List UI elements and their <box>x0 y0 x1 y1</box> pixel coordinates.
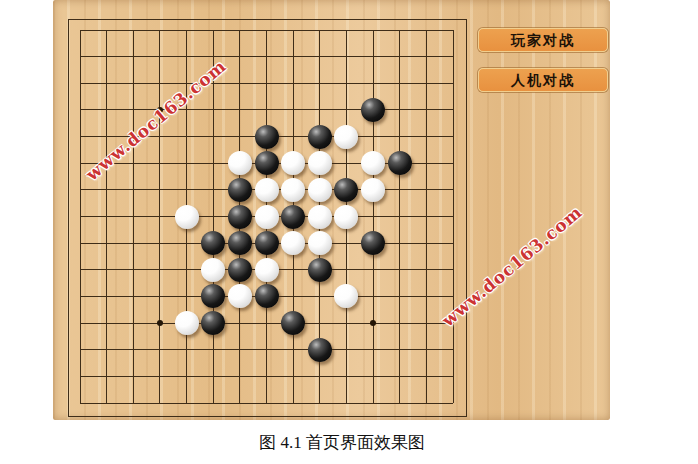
grid-line-horizontal <box>80 376 453 377</box>
black-stone <box>308 125 332 149</box>
star-point <box>157 107 163 113</box>
white-stone <box>255 258 279 282</box>
black-stone <box>228 205 252 229</box>
black-stone <box>308 258 332 282</box>
white-stone <box>361 151 385 175</box>
black-stone <box>228 258 252 282</box>
grid-line-vertical <box>426 30 427 403</box>
grid-line-vertical <box>453 30 454 403</box>
white-stone <box>334 205 358 229</box>
white-stone <box>255 178 279 202</box>
black-stone <box>281 311 305 335</box>
white-stone <box>308 178 332 202</box>
black-stone <box>201 284 225 308</box>
white-stone <box>201 258 225 282</box>
grid-line-horizontal <box>80 403 453 404</box>
white-stone <box>228 151 252 175</box>
white-stone <box>308 231 332 255</box>
black-stone <box>255 284 279 308</box>
white-stone <box>308 151 332 175</box>
black-stone <box>308 338 332 362</box>
grid-line-horizontal <box>80 323 453 324</box>
black-stone <box>255 231 279 255</box>
white-stone <box>228 284 252 308</box>
white-stone <box>281 231 305 255</box>
white-stone <box>361 178 385 202</box>
figure-caption: 图 4.1 首页界面效果图 <box>0 431 684 454</box>
white-stone <box>281 178 305 202</box>
black-stone <box>281 205 305 229</box>
black-stone <box>361 231 385 255</box>
white-stone <box>281 151 305 175</box>
star-point <box>370 320 376 326</box>
white-stone <box>308 205 332 229</box>
black-stone <box>255 125 279 149</box>
black-stone <box>255 151 279 175</box>
player-vs-player-button[interactable]: 玩家对战 <box>478 28 608 52</box>
black-stone <box>388 151 412 175</box>
grid-line-horizontal <box>80 349 453 350</box>
black-stone <box>361 98 385 122</box>
black-stone <box>201 231 225 255</box>
star-point <box>157 320 163 326</box>
game-window: 玩家对战 人机对战 www.doc163.com www.doc163.com <box>53 0 610 420</box>
white-stone <box>334 284 358 308</box>
white-stone <box>334 125 358 149</box>
grid-line-vertical <box>373 30 374 403</box>
black-stone <box>334 178 358 202</box>
player-vs-ai-button[interactable]: 人机对战 <box>478 68 608 92</box>
black-stone <box>228 178 252 202</box>
board-frame <box>68 19 467 417</box>
white-stone <box>255 205 279 229</box>
black-stone <box>201 311 225 335</box>
gomoku-board[interactable] <box>80 30 453 403</box>
white-stone <box>175 205 199 229</box>
black-stone <box>228 231 252 255</box>
grid-line-vertical <box>399 30 400 403</box>
white-stone <box>175 311 199 335</box>
